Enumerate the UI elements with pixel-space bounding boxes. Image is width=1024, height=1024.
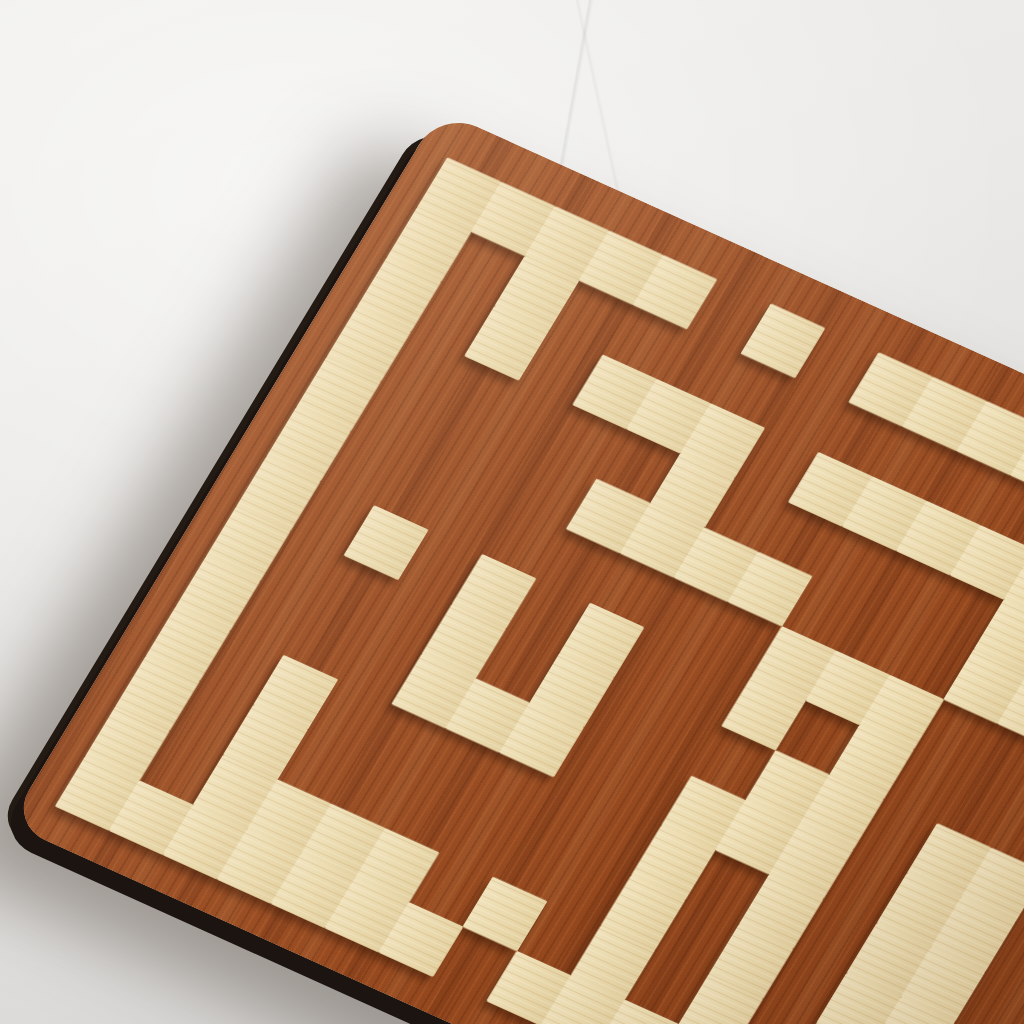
kufic-pattern-grid: [55, 157, 1024, 1024]
kufic-tile: [462, 876, 548, 952]
photo-backdrop: [0, 0, 1024, 1024]
kufic-tile: [740, 303, 826, 379]
wood-panel: [8, 110, 1024, 1024]
kufic-tile: [343, 505, 429, 581]
